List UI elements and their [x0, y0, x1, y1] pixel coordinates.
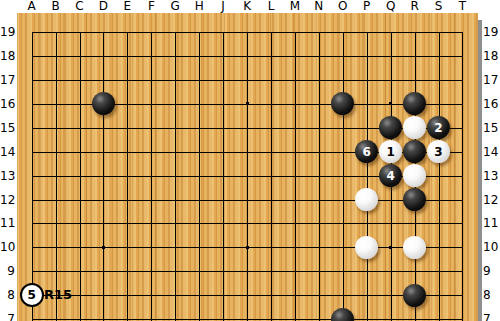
black-stone	[331, 92, 354, 115]
column-label: E	[115, 0, 139, 13]
go-diagram-screen: 261345R15 ABCDEFGHJKLMNOPQRST19191818171…	[0, 0, 500, 321]
row-label-right: 16	[483, 97, 500, 111]
row-label-left: 15	[0, 121, 15, 135]
margin-move-circle: 5	[20, 283, 44, 307]
black-stone	[331, 308, 354, 321]
move-number: 3	[434, 146, 442, 158]
black-stone	[92, 92, 115, 115]
grid-line-horizontal	[32, 32, 464, 33]
star-point	[389, 102, 392, 105]
column-label: T	[450, 0, 474, 13]
white-stone	[403, 164, 426, 187]
white-stone	[403, 116, 426, 139]
row-label-left: 16	[0, 97, 15, 111]
column-label: A	[20, 0, 44, 13]
move-number: 4	[386, 170, 394, 182]
column-label: K	[235, 0, 259, 13]
row-label-left: 7	[0, 312, 15, 321]
black-stone: 4	[379, 164, 402, 187]
row-label-left: 18	[0, 49, 15, 63]
black-stone	[403, 284, 426, 307]
grid-line-horizontal	[32, 271, 464, 272]
row-label-left: 8	[0, 288, 15, 302]
black-stone	[403, 188, 426, 211]
row-label-right: 18	[483, 49, 500, 63]
row-label-right: 12	[483, 193, 500, 207]
move-number: 2	[434, 122, 442, 134]
grid-line-horizontal	[32, 223, 464, 224]
column-label: S	[427, 0, 451, 13]
grid-line-horizontal	[32, 80, 464, 81]
move-number: 1	[386, 146, 394, 158]
column-label: D	[91, 0, 115, 13]
row-label-left: 9	[0, 264, 15, 278]
white-stone	[355, 188, 378, 211]
column-label: O	[331, 0, 355, 13]
black-stone: 2	[427, 116, 450, 139]
column-label: G	[163, 0, 187, 13]
row-label-right: 9	[483, 264, 500, 278]
row-label-left: 14	[0, 145, 15, 159]
row-label-left: 12	[0, 193, 15, 207]
black-stone	[379, 116, 402, 139]
row-label-right: 7	[483, 312, 500, 321]
row-label-left: 10	[0, 240, 15, 254]
white-stone: 3	[427, 140, 450, 163]
grid-line-horizontal	[32, 56, 464, 57]
row-label-right: 14	[483, 145, 500, 159]
row-label-left: 13	[0, 169, 15, 183]
star-point	[102, 246, 105, 249]
grid-line-horizontal	[32, 295, 464, 296]
margin-move-coordinate: R15	[44, 287, 72, 303]
black-stone	[403, 140, 426, 163]
grid-line-horizontal	[32, 200, 464, 201]
column-label: B	[44, 0, 68, 13]
column-label: J	[211, 0, 235, 13]
row-label-right: 10	[483, 240, 500, 254]
column-label: P	[355, 0, 379, 13]
column-label: R	[403, 0, 427, 13]
column-label: N	[307, 0, 331, 13]
column-label: C	[68, 0, 92, 13]
star-point	[389, 246, 392, 249]
row-label-right: 11	[483, 216, 500, 230]
row-label-right: 17	[483, 73, 500, 87]
move-number: 6	[363, 146, 371, 158]
column-label: F	[139, 0, 163, 13]
white-stone	[355, 236, 378, 259]
white-stone: 1	[379, 140, 402, 163]
white-stone	[403, 236, 426, 259]
black-stone	[403, 92, 426, 115]
column-label: Q	[379, 0, 403, 13]
row-label-left: 19	[0, 25, 15, 39]
row-label-left: 17	[0, 73, 15, 87]
row-label-right: 13	[483, 169, 500, 183]
star-point	[246, 246, 249, 249]
row-label-left: 11	[0, 216, 15, 230]
board-shadow	[478, 20, 482, 321]
star-point	[246, 102, 249, 105]
row-label-right: 19	[483, 25, 500, 39]
grid-line-horizontal	[32, 319, 464, 320]
column-label: L	[259, 0, 283, 13]
row-label-right: 8	[483, 288, 500, 302]
row-label-right: 15	[483, 121, 500, 135]
column-label: H	[187, 0, 211, 13]
go-board[interactable]: 261345R15	[17, 13, 478, 321]
column-label: M	[283, 0, 307, 13]
black-stone: 6	[355, 140, 378, 163]
